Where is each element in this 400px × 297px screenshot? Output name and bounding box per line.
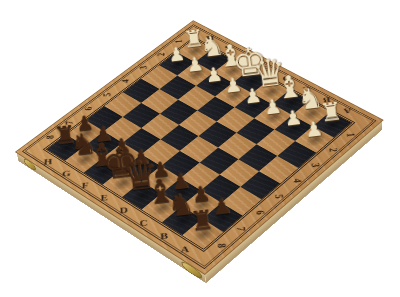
playing-area: ♜♟♟♜♞♟♟♞♝♟♟♝♚♟♟♚♛♟♟♛♝♟♟♝♞♟♟♞♜♟♟♜ <box>47 39 351 249</box>
rank-label: 1 <box>168 33 189 51</box>
camera-tilt: HGFEDCBA HGFEDCBA 87654321 87654321 ♜♟♟♜… <box>0 0 400 297</box>
product-photo-stage: HGFEDCBA HGFEDCBA 87654321 87654321 ♜♟♟♜… <box>0 0 400 297</box>
brass-latch <box>181 259 203 281</box>
piece-white-pawn-a2: ♟ <box>290 114 337 142</box>
square-a2: ♟ <box>295 126 334 152</box>
piece-black-rook-a8: ♜ <box>176 202 226 236</box>
board-grid: ♜♟♟♜♞♟♟♞♝♟♟♝♚♟♟♚♛♟♟♛♝♟♟♝♞♟♟♞♜♟♟♜ <box>47 39 351 249</box>
chess-board: HGFEDCBA HGFEDCBA 87654321 87654321 ♜♟♟♜… <box>16 21 382 274</box>
perspective-scene: HGFEDCBA HGFEDCBA 87654321 87654321 ♜♟♟♜… <box>0 0 400 297</box>
